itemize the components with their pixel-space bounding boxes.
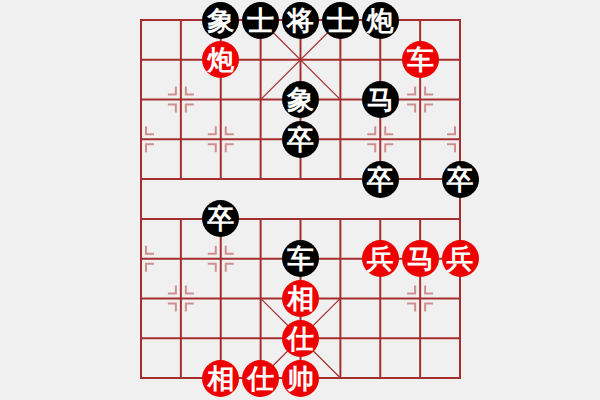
- piece-red-elephant[interactable]: 相: [282, 280, 319, 317]
- piece-black-general[interactable]: 将: [282, 2, 319, 39]
- piece-red-cannon[interactable]: 炮: [202, 41, 239, 78]
- piece-black-cannon[interactable]: 炮: [362, 2, 399, 39]
- pieces-layer: 象士将士炮炮车象马卒卒卒卒车兵马兵相仕相仕帅: [0, 0, 600, 400]
- piece-black-elephant[interactable]: 象: [202, 2, 239, 39]
- xiangqi-board: 象士将士炮炮车象马卒卒卒卒车兵马兵相仕相仕帅: [0, 0, 600, 400]
- piece-red-advisor[interactable]: 仕: [282, 320, 319, 357]
- piece-black-advisor[interactable]: 士: [242, 2, 279, 39]
- piece-black-soldier[interactable]: 卒: [282, 121, 319, 158]
- piece-red-soldier[interactable]: 兵: [362, 240, 399, 277]
- piece-red-soldier[interactable]: 兵: [442, 240, 479, 277]
- piece-black-elephant[interactable]: 象: [282, 81, 319, 118]
- piece-black-horse[interactable]: 马: [362, 81, 399, 118]
- piece-black-soldier[interactable]: 卒: [362, 161, 399, 198]
- piece-red-advisor[interactable]: 仕: [242, 360, 279, 397]
- piece-black-soldier[interactable]: 卒: [202, 200, 239, 237]
- piece-red-chariot[interactable]: 车: [402, 41, 439, 78]
- piece-red-elephant[interactable]: 相: [202, 360, 239, 397]
- piece-black-chariot[interactable]: 车: [282, 240, 319, 277]
- piece-black-advisor[interactable]: 士: [322, 2, 359, 39]
- piece-red-general[interactable]: 帅: [282, 360, 319, 397]
- piece-red-horse[interactable]: 马: [402, 240, 439, 277]
- piece-black-soldier[interactable]: 卒: [442, 161, 479, 198]
